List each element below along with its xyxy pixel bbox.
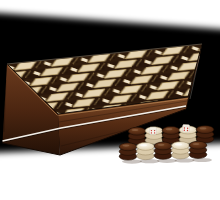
product-photo-stage [0, 0, 220, 200]
backgammon-set-photo [0, 0, 220, 200]
die-icon [150, 127, 157, 134]
checker-stack-white [137, 143, 155, 160]
checker-row-front [119, 141, 207, 160]
checker-stack-dark [189, 141, 207, 158]
checker-stack-dark [128, 127, 146, 144]
checker-stack-dark [154, 142, 172, 159]
die-icon [182, 125, 189, 133]
checker-stack-white [172, 142, 190, 159]
checker-stack-dark [196, 126, 214, 143]
checker-stack-dark [162, 126, 180, 143]
checker-stack-dark [119, 143, 137, 160]
